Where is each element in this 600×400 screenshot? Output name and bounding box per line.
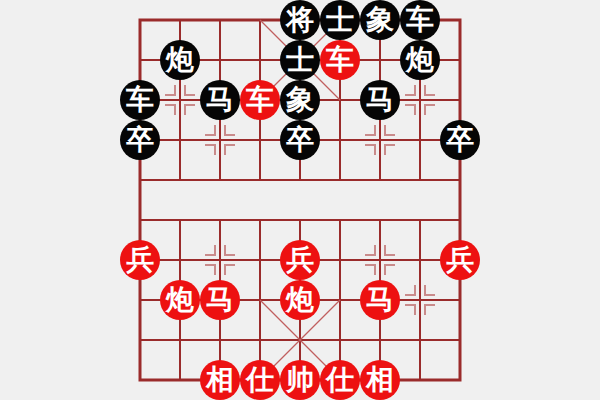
marker-corner (224, 245, 235, 256)
point-marker (405, 285, 435, 315)
point-marker (205, 245, 235, 275)
marker-corner (365, 125, 376, 136)
point-marker (165, 85, 195, 115)
piece-black-马[interactable]: 马 (200, 80, 240, 120)
piece-red-仕[interactable]: 仕 (320, 360, 360, 400)
marker-corner (365, 245, 376, 256)
marker-corner (405, 304, 416, 315)
point-marker (405, 85, 435, 115)
marker-corner (424, 304, 435, 315)
marker-corner (205, 264, 216, 275)
point-marker (365, 245, 395, 275)
marker-corner (405, 285, 416, 296)
piece-black-士[interactable]: 士 (280, 40, 320, 80)
piece-red-兵[interactable]: 兵 (120, 240, 160, 280)
piece-black-卒[interactable]: 卒 (120, 120, 160, 160)
xiangqi-screenshot: 将士象车炮士车炮车马车象马卒卒卒兵兵兵炮马炮马相仕帅仕相 (0, 0, 600, 400)
piece-black-车[interactable]: 车 (400, 0, 440, 40)
marker-corner (205, 245, 216, 256)
xiangqi-board[interactable]: 将士象车炮士车炮车马车象马卒卒卒兵兵兵炮马炮马相仕帅仕相 (120, 0, 480, 400)
marker-corner (384, 144, 395, 155)
piece-red-车[interactable]: 车 (240, 80, 280, 120)
piece-red-马[interactable]: 马 (200, 280, 240, 320)
piece-black-士[interactable]: 士 (320, 0, 360, 40)
marker-corner (384, 245, 395, 256)
piece-red-相[interactable]: 相 (200, 360, 240, 400)
marker-corner (165, 104, 176, 115)
marker-corner (384, 125, 395, 136)
piece-red-帅[interactable]: 帅 (280, 360, 320, 400)
piece-red-炮[interactable]: 炮 (160, 280, 200, 320)
piece-red-仕[interactable]: 仕 (240, 360, 280, 400)
piece-red-炮[interactable]: 炮 (280, 280, 320, 320)
piece-black-卒[interactable]: 卒 (280, 120, 320, 160)
piece-red-兵[interactable]: 兵 (280, 240, 320, 280)
marker-corner (424, 285, 435, 296)
piece-black-炮[interactable]: 炮 (400, 40, 440, 80)
marker-corner (424, 85, 435, 96)
marker-corner (224, 264, 235, 275)
point-marker (205, 125, 235, 155)
piece-layer: 将士象车炮士车炮车马车象马卒卒卒兵兵兵炮马炮马相仕帅仕相 (120, 0, 480, 400)
marker-corner (205, 144, 216, 155)
marker-corner (184, 104, 195, 115)
piece-black-马[interactable]: 马 (360, 80, 400, 120)
marker-corner (224, 125, 235, 136)
piece-black-炮[interactable]: 炮 (160, 40, 200, 80)
piece-black-卒[interactable]: 卒 (440, 120, 480, 160)
piece-black-车[interactable]: 车 (120, 80, 160, 120)
marker-corner (205, 125, 216, 136)
marker-corner (384, 264, 395, 275)
piece-black-象[interactable]: 象 (360, 0, 400, 40)
piece-red-车[interactable]: 车 (320, 40, 360, 80)
marker-corner (365, 264, 376, 275)
piece-red-马[interactable]: 马 (360, 280, 400, 320)
piece-red-相[interactable]: 相 (360, 360, 400, 400)
marker-corner (184, 85, 195, 96)
piece-red-兵[interactable]: 兵 (440, 240, 480, 280)
marker-corner (224, 144, 235, 155)
marker-corner (365, 144, 376, 155)
piece-black-将[interactable]: 将 (280, 0, 320, 40)
marker-corner (165, 85, 176, 96)
marker-corner (405, 85, 416, 96)
marker-corner (405, 104, 416, 115)
piece-black-象[interactable]: 象 (280, 80, 320, 120)
marker-corner (424, 104, 435, 115)
point-marker (365, 125, 395, 155)
